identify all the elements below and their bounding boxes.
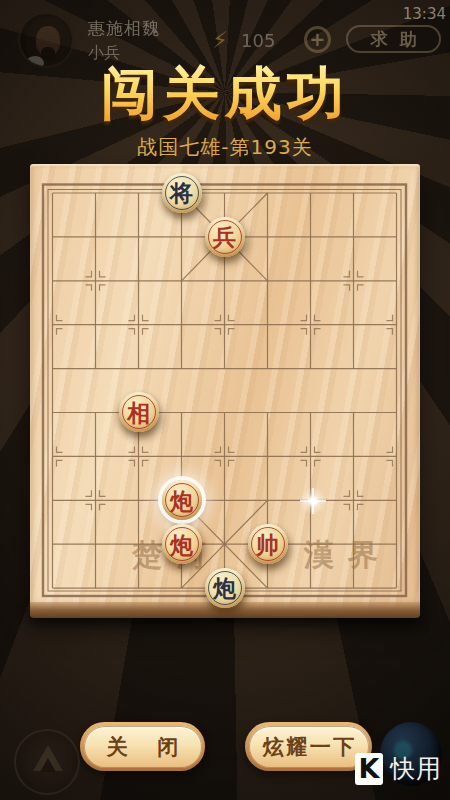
app-screen: 惠施相魏 小兵 ⚡ 105 + 求助 13:34 闯关成功 战国七雄-第193关… [0,0,450,800]
piece-兵-red[interactable]: 兵 [205,217,245,257]
kuaiyong-label: 快用 [390,752,442,785]
help-button[interactable]: 求助 [346,25,441,53]
system-clock: 13:34 [403,5,446,23]
level-success-title: 闯关成功 [0,56,450,133]
piece-glyph: 炮 [213,576,236,599]
kuaiyong-watermark: K 快用 [355,752,442,785]
piece-glyph: 炮 [170,489,193,512]
add-energy-button[interactable]: + [304,26,331,53]
piece-炮-red[interactable]: 炮 [162,480,202,520]
energy-count: 105 [241,30,275,51]
piece-layer: 将兵相炮炮帅炮 [31,171,418,610]
k-logo-icon: K [355,753,383,785]
level-stage-subtitle: 战国七雄-第193关 [0,134,450,161]
triangle-icon-inner [40,758,56,772]
piece-glyph: 兵 [213,225,236,248]
sparkle-effect [299,487,327,515]
piece-glyph: 将 [170,181,193,204]
piece-炮-red[interactable]: 炮 [162,524,202,564]
piece-glyph: 帅 [256,533,279,556]
level-name-label: 惠施相魏 [88,17,160,40]
piece-glyph: 炮 [170,533,193,556]
piece-相-red[interactable]: 相 [119,392,159,432]
piece-炮-black[interactable]: 炮 [205,568,245,608]
triangle-watermark [14,729,80,795]
piece-glyph: 相 [127,401,150,424]
close-button[interactable]: 关 闭 [80,722,205,771]
piece-帅-red[interactable]: 帅 [248,524,288,564]
showoff-button[interactable]: 炫耀一下 [245,722,372,771]
lightning-icon: ⚡ [212,27,228,53]
piece-将-black[interactable]: 将 [162,173,202,213]
